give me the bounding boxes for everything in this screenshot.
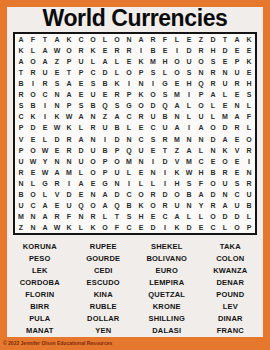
grid-cell-r14c6[interactable]: A [75,178,87,189]
grid-cell-r16c20[interactable]: B [243,200,255,211]
grid-cell-r2c10[interactable]: R [123,45,135,56]
grid-cell-r7c6[interactable]: S [75,100,87,111]
grid-cell-r1c10[interactable]: N [123,34,135,45]
grid-cell-r3c1[interactable]: A [15,56,27,67]
grid-cell-r3c10[interactable]: E [123,56,135,67]
grid-cell-r7c19[interactable]: N [231,100,243,111]
grid-cell-r10c7[interactable]: N [87,133,99,144]
grid-cell-r13c1[interactable]: R [15,167,27,178]
grid-cell-r14c2[interactable]: L [27,178,39,189]
grid-cell-r10c10[interactable]: N [123,133,135,144]
grid-cell-r18c15[interactable]: D [183,222,195,233]
grid-cell-r8c18[interactable]: M [219,111,231,122]
grid-cell-r12c16[interactable]: C [195,156,207,167]
grid-cell-r18c8[interactable]: O [99,222,111,233]
grid-cell-r10c13[interactable]: R [159,133,171,144]
grid-cell-r4c5[interactable]: T [63,67,75,78]
grid-cell-r1c8[interactable]: L [99,34,111,45]
grid-cell-r4c9[interactable]: L [111,67,123,78]
grid-cell-r15c17[interactable]: D [207,189,219,200]
grid-cell-r17c2[interactable]: N [27,211,39,222]
grid-cell-r9c1[interactable]: P [15,122,27,133]
grid-cell-r7c5[interactable]: P [63,100,75,111]
grid-cell-r16c2[interactable]: C [27,200,39,211]
grid-cell-r9c18[interactable]: D [219,122,231,133]
grid-cell-r5c3[interactable]: R [39,78,51,89]
grid-cell-r9c11[interactable]: E [135,122,147,133]
grid-cell-r9c10[interactable]: L [123,122,135,133]
grid-cell-r3c16[interactable]: O [195,56,207,67]
grid-cell-r17c7[interactable]: R [87,211,99,222]
grid-cell-r14c20[interactable]: R [243,178,255,189]
grid-cell-r12c12[interactable]: I [147,156,159,167]
grid-cell-r12c9[interactable]: O [111,156,123,167]
grid-cell-r7c7[interactable]: B [87,100,99,111]
grid-cell-r12c3[interactable]: Y [39,156,51,167]
grid-cell-r8c8[interactable]: Z [99,111,111,122]
grid-cell-r5c4[interactable]: S [51,78,63,89]
grid-cell-r14c9[interactable]: N [111,178,123,189]
grid-cell-r5c13[interactable]: G [159,78,171,89]
grid-cell-r8c10[interactable]: C [123,111,135,122]
grid-cell-r11c15[interactable]: A [183,145,195,156]
grid-cell-r13c17[interactable]: B [207,167,219,178]
grid-cell-r17c14[interactable]: A [171,211,183,222]
grid-cell-r3c2[interactable]: O [27,56,39,67]
grid-cell-r4c11[interactable]: P [135,67,147,78]
grid-cell-r5c19[interactable]: R [231,78,243,89]
grid-cell-r6c14[interactable]: M [171,89,183,100]
grid-cell-r17c1[interactable]: M [15,211,27,222]
grid-cell-r4c10[interactable]: O [123,67,135,78]
grid-cell-r4c3[interactable]: U [39,67,51,78]
grid-cell-r3c14[interactable]: O [171,56,183,67]
grid-cell-r17c12[interactable]: E [147,211,159,222]
grid-cell-r6c3[interactable]: C [39,89,51,100]
grid-cell-r9c14[interactable]: A [171,122,183,133]
grid-cell-r7c20[interactable]: L [243,100,255,111]
grid-cell-r9c16[interactable]: A [195,122,207,133]
grid-cell-r13c13[interactable]: I [159,167,171,178]
grid-cell-r16c10[interactable]: B [123,200,135,211]
grid-cell-r6c13[interactable]: S [159,89,171,100]
grid-cell-r7c4[interactable]: N [51,100,63,111]
grid-cell-r14c8[interactable]: G [99,178,111,189]
grid-cell-r14c11[interactable]: L [135,178,147,189]
grid-cell-r9c3[interactable]: E [39,122,51,133]
grid-cell-r1c5[interactable]: K [63,34,75,45]
grid-cell-r16c17[interactable]: R [207,200,219,211]
grid-cell-r3c9[interactable]: L [111,56,123,67]
grid-cell-r3c12[interactable]: M [147,56,159,67]
grid-cell-r8c19[interactable]: A [231,111,243,122]
grid-cell-r6c1[interactable]: R [15,89,27,100]
grid-cell-r6c16[interactable]: P [195,89,207,100]
grid-cell-r11c3[interactable]: W [39,145,51,156]
grid-cell-r10c6[interactable]: A [75,133,87,144]
grid-cell-r8c17[interactable]: L [207,111,219,122]
grid-cell-r9c8[interactable]: U [99,122,111,133]
grid-cell-r11c19[interactable]: V [231,145,243,156]
grid-cell-r6c17[interactable]: A [207,89,219,100]
grid-cell-r11c20[interactable]: R [243,145,255,156]
grid-cell-r2c20[interactable]: E [243,45,255,56]
grid-cell-r11c9[interactable]: P [111,145,123,156]
grid-cell-r2c7[interactable]: K [87,45,99,56]
grid-cell-r14c3[interactable]: G [39,178,51,189]
grid-cell-r4c19[interactable]: U [231,67,243,78]
grid-cell-r17c15[interactable]: L [183,211,195,222]
grid-cell-r11c11[interactable]: U [135,145,147,156]
grid-cell-r11c14[interactable]: Z [171,145,183,156]
grid-cell-r7c14[interactable]: A [171,100,183,111]
grid-cell-r9c12[interactable]: C [147,122,159,133]
grid-cell-r15c13[interactable]: D [159,189,171,200]
grid-cell-r18c12[interactable]: D [147,222,159,233]
grid-cell-r16c9[interactable]: Q [111,200,123,211]
grid-cell-r5c16[interactable]: Q [195,78,207,89]
grid-cell-r2c9[interactable]: R [111,45,123,56]
grid-cell-r18c13[interactable]: I [159,222,171,233]
grid-cell-r8c9[interactable]: A [111,111,123,122]
grid-cell-r1c6[interactable]: C [75,34,87,45]
grid-cell-r4c8[interactable]: D [99,67,111,78]
letter-grid[interactable]: AFTAKCOLONARFLEZDTAKKLAWORKERRIBEIDRHDEE… [13,32,257,235]
grid-cell-r16c5[interactable]: U [63,200,75,211]
grid-cell-r13c3[interactable]: W [39,167,51,178]
grid-cell-r8c14[interactable]: N [171,111,183,122]
grid-cell-r13c20[interactable]: N [243,167,255,178]
grid-cell-r1c15[interactable]: E [183,34,195,45]
grid-cell-r11c10[interactable]: Q [123,145,135,156]
grid-cell-r9c9[interactable]: B [111,122,123,133]
grid-cell-r15c16[interactable]: A [195,189,207,200]
grid-cell-r2c14[interactable]: I [171,45,183,56]
grid-cell-r7c17[interactable]: L [207,100,219,111]
grid-cell-r6c18[interactable]: L [219,89,231,100]
grid-cell-r11c1[interactable]: P [15,145,27,156]
grid-cell-r17c16[interactable]: L [195,211,207,222]
grid-cell-r10c2[interactable]: E [27,133,39,144]
grid-cell-r2c15[interactable]: D [183,45,195,56]
grid-cell-r4c18[interactable]: N [219,67,231,78]
grid-cell-r6c2[interactable]: O [27,89,39,100]
grid-cell-r4c1[interactable]: T [15,67,27,78]
grid-cell-r11c13[interactable]: T [159,145,171,156]
grid-cell-r17c13[interactable]: C [159,211,171,222]
grid-cell-r8c11[interactable]: R [135,111,147,122]
grid-cell-r9c4[interactable]: W [51,122,63,133]
grid-cell-r3c3[interactable]: A [39,56,51,67]
grid-cell-r15c10[interactable]: C [123,189,135,200]
grid-cell-r1c4[interactable]: A [51,34,63,45]
grid-cell-r13c5[interactable]: M [63,167,75,178]
grid-cell-r3c18[interactable]: E [219,56,231,67]
grid-cell-r9c15[interactable]: I [183,122,195,133]
grid-cell-r12c5[interactable]: N [63,156,75,167]
grid-cell-r18c19[interactable]: O [231,222,243,233]
grid-cell-r4c13[interactable]: L [159,67,171,78]
grid-cell-r17c19[interactable]: D [231,211,243,222]
grid-cell-r18c10[interactable]: C [123,222,135,233]
grid-cell-r5c2[interactable]: I [27,78,39,89]
grid-cell-r6c19[interactable]: E [231,89,243,100]
grid-cell-r16c15[interactable]: N [183,200,195,211]
grid-cell-r6c6[interactable]: E [75,89,87,100]
grid-cell-r2c8[interactable]: E [99,45,111,56]
grid-cell-r10c5[interactable]: R [63,133,75,144]
grid-cell-r15c11[interactable]: O [135,189,147,200]
grid-cell-r9c13[interactable]: U [159,122,171,133]
grid-cell-r2c5[interactable]: O [63,45,75,56]
grid-cell-r15c19[interactable]: C [231,189,243,200]
grid-cell-r8c20[interactable]: F [243,111,255,122]
grid-cell-r13c15[interactable]: W [183,167,195,178]
grid-cell-r5c1[interactable]: B [15,78,27,89]
grid-cell-r17c4[interactable]: R [51,211,63,222]
grid-cell-r12c17[interactable]: E [207,156,219,167]
grid-cell-r7c10[interactable]: G [123,100,135,111]
grid-cell-r3c7[interactable]: L [87,56,99,67]
grid-cell-r18c14[interactable]: K [171,222,183,233]
grid-cell-r15c8[interactable]: A [99,189,111,200]
grid-cell-r1c9[interactable]: O [111,34,123,45]
grid-cell-r14c16[interactable]: F [195,178,207,189]
grid-cell-r5c20[interactable]: H [243,78,255,89]
grid-cell-r11c4[interactable]: E [51,145,63,156]
grid-cell-r5c14[interactable]: E [171,78,183,89]
grid-cell-r12c11[interactable]: N [135,156,147,167]
grid-cell-r18c4[interactable]: W [51,222,63,233]
grid-cell-r5c15[interactable]: H [183,78,195,89]
grid-cell-r12c8[interactable]: P [99,156,111,167]
grid-cell-r18c2[interactable]: N [27,222,39,233]
grid-cell-r15c15[interactable]: B [183,189,195,200]
grid-cell-r6c15[interactable]: I [183,89,195,100]
grid-cell-r16c16[interactable]: Y [195,200,207,211]
grid-cell-r4c20[interactable]: E [243,67,255,78]
grid-cell-r16c1[interactable]: U [15,200,27,211]
grid-cell-r2c12[interactable]: B [147,45,159,56]
grid-cell-r1c17[interactable]: D [207,34,219,45]
grid-cell-r15c18[interactable]: N [219,189,231,200]
grid-cell-r14c4[interactable]: R [51,178,63,189]
grid-cell-r18c6[interactable]: L [75,222,87,233]
grid-cell-r1c7[interactable]: O [87,34,99,45]
grid-cell-r8c1[interactable]: C [15,111,27,122]
grid-cell-r3c8[interactable]: A [99,56,111,67]
grid-cell-r2c17[interactable]: H [207,45,219,56]
grid-cell-r7c2[interactable]: B [27,100,39,111]
grid-cell-r16c6[interactable]: Q [75,200,87,211]
grid-cell-r4c17[interactable]: R [207,67,219,78]
grid-cell-r1c14[interactable]: L [171,34,183,45]
grid-cell-r9c2[interactable]: D [27,122,39,133]
grid-cell-r12c2[interactable]: W [27,156,39,167]
grid-cell-r4c14[interactable]: O [171,67,183,78]
grid-cell-r5c7[interactable]: S [87,78,99,89]
grid-cell-r10c14[interactable]: M [171,133,183,144]
grid-cell-r7c18[interactable]: E [219,100,231,111]
grid-cell-r11c2[interactable]: O [27,145,39,156]
grid-cell-r14c5[interactable]: I [63,178,75,189]
grid-cell-r18c3[interactable]: A [39,222,51,233]
grid-cell-r15c1[interactable]: B [15,189,27,200]
grid-cell-r5c6[interactable]: E [75,78,87,89]
grid-cell-r5c9[interactable]: K [111,78,123,89]
grid-cell-r4c15[interactable]: S [183,67,195,78]
grid-cell-r7c12[interactable]: D [147,100,159,111]
grid-cell-r13c12[interactable]: N [147,167,159,178]
grid-cell-r11c17[interactable]: N [207,145,219,156]
grid-cell-r16c11[interactable]: K [135,200,147,211]
grid-cell-r3c13[interactable]: H [159,56,171,67]
grid-cell-r16c14[interactable]: U [171,200,183,211]
grid-cell-r2c6[interactable]: R [75,45,87,56]
grid-cell-r2c16[interactable]: R [195,45,207,56]
grid-cell-r6c11[interactable]: K [135,89,147,100]
grid-cell-r15c7[interactable]: N [87,189,99,200]
grid-cell-r15c12[interactable]: R [147,189,159,200]
grid-cell-r7c9[interactable]: S [111,100,123,111]
grid-cell-r13c4[interactable]: A [51,167,63,178]
grid-cell-r13c16[interactable]: H [195,167,207,178]
grid-cell-r14c7[interactable]: E [87,178,99,189]
grid-cell-r7c3[interactable]: I [39,100,51,111]
grid-cell-r7c15[interactable]: L [183,100,195,111]
grid-cell-r1c20[interactable]: K [243,34,255,45]
grid-cell-r8c7[interactable]: N [87,111,99,122]
grid-cell-r17c5[interactable]: F [63,211,75,222]
grid-cell-r18c7[interactable]: K [87,222,99,233]
grid-cell-r13c14[interactable]: K [171,167,183,178]
grid-cell-r2c1[interactable]: K [15,45,27,56]
grid-cell-r14c15[interactable]: S [183,178,195,189]
grid-cell-r18c20[interactable]: P [243,222,255,233]
grid-cell-r10c11[interactable]: C [135,133,147,144]
grid-cell-r10c17[interactable]: D [207,133,219,144]
grid-cell-r9c6[interactable]: L [75,122,87,133]
grid-cell-r1c19[interactable]: A [231,34,243,45]
grid-cell-r13c19[interactable]: E [231,167,243,178]
grid-cell-r1c16[interactable]: Z [195,34,207,45]
grid-cell-r12c14[interactable]: V [171,156,183,167]
grid-cell-r16c7[interactable]: O [87,200,99,211]
grid-cell-r15c2[interactable]: O [27,189,39,200]
grid-cell-r8c13[interactable]: B [159,111,171,122]
grid-cell-r14c12[interactable]: L [147,178,159,189]
grid-cell-r11c5[interactable]: R [63,145,75,156]
grid-cell-r1c18[interactable]: T [219,34,231,45]
grid-cell-r17c10[interactable]: S [123,211,135,222]
grid-cell-r7c16[interactable]: O [195,100,207,111]
grid-cell-r7c13[interactable]: Q [159,100,171,111]
grid-cell-r3c17[interactable]: S [207,56,219,67]
grid-cell-r14c10[interactable]: I [123,178,135,189]
grid-cell-r8c12[interactable]: U [147,111,159,122]
grid-cell-r9c17[interactable]: O [207,122,219,133]
grid-cell-r13c7[interactable]: O [87,167,99,178]
grid-cell-r3c5[interactable]: P [63,56,75,67]
grid-cell-r5c5[interactable]: A [63,78,75,89]
grid-cell-r11c18[interactable]: K [219,145,231,156]
grid-cell-r11c12[interactable]: E [147,145,159,156]
grid-cell-r13c18[interactable]: R [219,167,231,178]
grid-cell-r12c6[interactable]: U [75,156,87,167]
grid-cell-r3c11[interactable]: K [135,56,147,67]
grid-cell-r4c2[interactable]: R [27,67,39,78]
grid-cell-r15c5[interactable]: D [63,189,75,200]
grid-cell-r8c2[interactable]: K [27,111,39,122]
grid-cell-r9c7[interactable]: R [87,122,99,133]
grid-cell-r12c19[interactable]: E [231,156,243,167]
grid-cell-r16c3[interactable]: A [39,200,51,211]
grid-cell-r7c8[interactable]: Q [99,100,111,111]
grid-cell-r9c20[interactable]: L [243,122,255,133]
grid-cell-r12c1[interactable]: U [15,156,27,167]
grid-cell-r18c1[interactable]: Z [15,222,27,233]
grid-cell-r9c5[interactable]: K [63,122,75,133]
grid-cell-r14c14[interactable]: H [171,178,183,189]
grid-cell-r11c7[interactable]: U [87,145,99,156]
grid-cell-r17c20[interactable]: L [243,211,255,222]
grid-cell-r8c5[interactable]: W [63,111,75,122]
grid-cell-r7c1[interactable]: S [15,100,27,111]
grid-cell-r12c15[interactable]: M [183,156,195,167]
grid-cell-r8c6[interactable]: A [75,111,87,122]
grid-cell-r6c8[interactable]: E [99,89,111,100]
grid-cell-r10c9[interactable]: D [111,133,123,144]
grid-cell-r1c1[interactable]: A [15,34,27,45]
grid-cell-r15c20[interactable]: U [243,189,255,200]
grid-cell-r12c18[interactable]: O [219,156,231,167]
grid-cell-r1c13[interactable]: F [159,34,171,45]
grid-cell-r18c18[interactable]: L [219,222,231,233]
grid-cell-r17c8[interactable]: L [99,211,111,222]
grid-cell-r10c1[interactable]: V [15,133,27,144]
grid-cell-r16c19[interactable]: U [231,200,243,211]
grid-cell-r5c10[interactable]: I [123,78,135,89]
grid-cell-r2c18[interactable]: D [219,45,231,56]
grid-cell-r2c11[interactable]: I [135,45,147,56]
grid-cell-r17c18[interactable]: D [219,211,231,222]
grid-cell-r13c11[interactable]: E [135,167,147,178]
grid-cell-r15c14[interactable]: O [171,189,183,200]
grid-cell-r3c19[interactable]: P [231,56,243,67]
grid-cell-r10c4[interactable]: D [51,133,63,144]
grid-cell-r15c9[interactable]: D [111,189,123,200]
grid-cell-r3c6[interactable]: U [75,56,87,67]
grid-cell-r13c10[interactable]: L [123,167,135,178]
grid-cell-r16c12[interactable]: O [147,200,159,211]
grid-cell-r5c8[interactable]: B [99,78,111,89]
grid-cell-r2c3[interactable]: A [39,45,51,56]
grid-cell-r6c7[interactable]: U [87,89,99,100]
grid-cell-r6c10[interactable]: P [123,89,135,100]
grid-cell-r16c18[interactable]: A [219,200,231,211]
grid-cell-r14c1[interactable]: N [15,178,27,189]
grid-cell-r14c13[interactable]: I [159,178,171,189]
grid-cell-r13c9[interactable]: U [111,167,123,178]
grid-cell-r17c3[interactable]: A [39,211,51,222]
grid-cell-r18c17[interactable]: C [207,222,219,233]
grid-cell-r1c11[interactable]: A [135,34,147,45]
grid-cell-r4c4[interactable]: E [51,67,63,78]
grid-cell-r6c12[interactable]: O [147,89,159,100]
grid-cell-r10c18[interactable]: A [219,133,231,144]
grid-cell-r10c15[interactable]: N [183,133,195,144]
grid-cell-r18c16[interactable]: E [195,222,207,233]
